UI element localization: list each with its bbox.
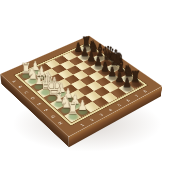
- square-h7: ♟: [119, 84, 135, 94]
- square-h1: ♜: [64, 111, 81, 122]
- file-label-h: H: [55, 119, 66, 127]
- piece-white-rook: ♜: [67, 101, 79, 117]
- piece-black-pawn: ♟: [121, 76, 133, 89]
- product-photo: ABCDEFGH 12345678 ♜♟♟♜♞♟♟♞♝♟♟♝♛♟♟♛♚♟♟♚♝♟…: [0, 0, 177, 177]
